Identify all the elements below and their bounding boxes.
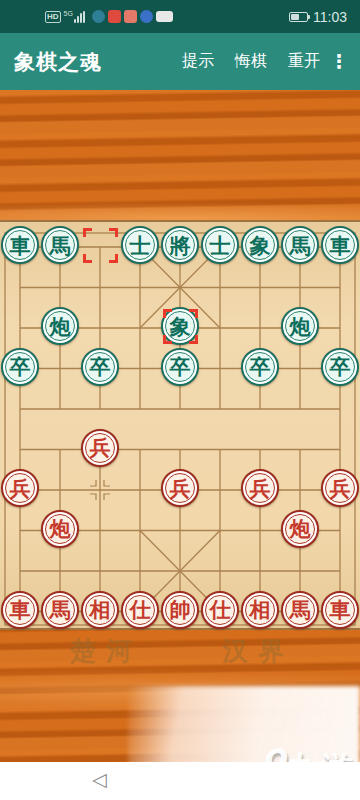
piece-black-象[interactable]: 象 xyxy=(240,225,280,266)
app-notification-blue-circle-icon xyxy=(140,10,153,23)
last-move-source-marker xyxy=(80,225,120,266)
app-notification-teal-circle-icon xyxy=(92,10,105,23)
piece-red-炮[interactable]: 炮 xyxy=(280,509,320,550)
piece-disc: 士 xyxy=(201,226,239,264)
piece-red-車[interactable]: 車 xyxy=(320,590,360,631)
piece-disc: 士 xyxy=(121,226,159,264)
river-label-right: 汉界 xyxy=(222,634,294,669)
piece-character: 兵 xyxy=(245,473,275,503)
piece-red-兵[interactable]: 兵 xyxy=(240,468,280,509)
piece-disc: 炮 xyxy=(281,510,319,548)
piece-red-兵[interactable]: 兵 xyxy=(80,428,120,469)
piece-character: 卒 xyxy=(85,352,115,382)
piece-disc: 車 xyxy=(1,591,39,629)
app-bar-actions: 提示 悔棋 重开 xyxy=(182,33,320,90)
piece-red-兵[interactable]: 兵 xyxy=(0,468,40,509)
selection-corners-icon xyxy=(83,228,118,263)
app-notification-white-pill-icon xyxy=(156,11,173,22)
piece-red-相[interactable]: 相 xyxy=(240,590,280,631)
undo-move-button[interactable]: 悔棋 xyxy=(235,51,267,72)
hd-icon: HD xyxy=(45,11,61,23)
piece-character: 車 xyxy=(5,595,35,625)
piece-red-兵[interactable]: 兵 xyxy=(320,468,360,509)
piece-character: 卒 xyxy=(245,352,275,382)
piece-character: 兵 xyxy=(85,433,115,463)
piece-disc: 馬 xyxy=(41,591,79,629)
piece-character: 炮 xyxy=(45,514,75,544)
piece-character: 相 xyxy=(245,595,275,625)
piece-character: 仕 xyxy=(205,595,235,625)
piece-character: 炮 xyxy=(285,514,315,544)
piece-disc: 卒 xyxy=(161,348,199,386)
selection-corners-icon xyxy=(163,309,198,344)
piece-red-仕[interactable]: 仕 xyxy=(200,590,240,631)
piece-red-車[interactable]: 車 xyxy=(0,590,40,631)
piece-disc: 將 xyxy=(161,226,199,264)
piece-disc: 炮 xyxy=(41,510,79,548)
piece-black-車[interactable]: 車 xyxy=(320,225,360,266)
piece-black-士[interactable]: 士 xyxy=(200,225,240,266)
piece-character: 車 xyxy=(325,230,355,260)
piece-character: 車 xyxy=(5,230,35,260)
piece-character: 士 xyxy=(205,230,235,260)
piece-black-將[interactable]: 將 xyxy=(160,225,200,266)
clock: 11:03 xyxy=(313,9,347,25)
piece-character: 馬 xyxy=(45,595,75,625)
piece-character: 士 xyxy=(125,230,155,260)
piece-disc: 卒 xyxy=(81,348,119,386)
status-right: 11:03 xyxy=(289,0,347,33)
piece-disc: 兵 xyxy=(81,429,119,467)
piece-character: 兵 xyxy=(165,473,195,503)
piece-character: 仕 xyxy=(125,595,155,625)
river-label-left: 楚河 xyxy=(70,634,142,669)
piece-black-卒[interactable]: 卒 xyxy=(160,347,200,388)
piece-character: 卒 xyxy=(5,352,35,382)
piece-character: 卒 xyxy=(325,352,355,382)
piece-black-卒[interactable]: 卒 xyxy=(240,347,280,388)
piece-black-車[interactable]: 車 xyxy=(0,225,40,266)
piece-disc: 馬 xyxy=(41,226,79,264)
piece-disc: 兵 xyxy=(321,469,359,507)
piece-black-炮[interactable]: 炮 xyxy=(280,306,320,347)
signal-bars-icon xyxy=(74,11,85,23)
piece-red-馬[interactable]: 馬 xyxy=(40,590,80,631)
overflow-menu-icon[interactable]: ⋮ xyxy=(326,33,352,90)
last-move-target-marker xyxy=(160,306,200,347)
app-title: 象棋之魂 xyxy=(14,48,102,76)
piece-character: 帥 xyxy=(165,595,195,625)
piece-disc: 車 xyxy=(321,226,359,264)
board-grid: 車馬士將士象馬車炮象炮卒卒卒卒卒兵兵兵兵兵炮炮車馬相仕帥仕相馬車 xyxy=(0,225,360,630)
piece-disc: 兵 xyxy=(1,469,39,507)
piece-character: 馬 xyxy=(45,230,75,260)
piece-red-兵[interactable]: 兵 xyxy=(160,468,200,509)
piece-character: 炮 xyxy=(285,311,315,341)
piece-disc: 仕 xyxy=(121,591,159,629)
piece-disc: 馬 xyxy=(281,591,319,629)
piece-red-帥[interactable]: 帥 xyxy=(160,590,200,631)
piece-black-炮[interactable]: 炮 xyxy=(40,306,80,347)
restart-button[interactable]: 重开 xyxy=(288,51,320,72)
app-bar: 象棋之魂 提示 悔棋 重开 ⋮ xyxy=(0,33,360,90)
hint-button[interactable]: 提示 xyxy=(182,51,214,72)
status-left-icons: HD 5G xyxy=(45,10,173,23)
piece-black-卒[interactable]: 卒 xyxy=(80,347,120,388)
piece-character: 車 xyxy=(325,595,355,625)
piece-character: 炮 xyxy=(45,311,75,341)
piece-disc: 仕 xyxy=(201,591,239,629)
piece-black-馬[interactable]: 馬 xyxy=(40,225,80,266)
navigation-bar: ◁ xyxy=(0,762,360,800)
app-notification-salmon-square-icon xyxy=(124,10,137,23)
piece-disc: 車 xyxy=(321,591,359,629)
piece-disc: 兵 xyxy=(161,469,199,507)
piece-disc: 兵 xyxy=(241,469,279,507)
piece-character: 象 xyxy=(245,230,275,260)
piece-disc: 炮 xyxy=(41,307,79,345)
piece-character: 馬 xyxy=(285,230,315,260)
piece-black-卒[interactable]: 卒 xyxy=(0,347,40,388)
piece-disc: 帥 xyxy=(161,591,199,629)
piece-disc: 馬 xyxy=(281,226,319,264)
piece-red-炮[interactable]: 炮 xyxy=(40,509,80,550)
app-notification-red-square-icon xyxy=(108,10,121,23)
piece-red-馬[interactable]: 馬 xyxy=(280,590,320,631)
piece-black-馬[interactable]: 馬 xyxy=(280,225,320,266)
piece-disc: 炮 xyxy=(281,307,319,345)
notification-icons xyxy=(92,10,173,23)
piece-character: 馬 xyxy=(285,595,315,625)
piece-red-相[interactable]: 相 xyxy=(80,590,120,631)
piece-disc: 車 xyxy=(1,226,39,264)
battery-icon xyxy=(289,12,308,22)
piece-red-仕[interactable]: 仕 xyxy=(120,590,160,631)
piece-disc: 象 xyxy=(241,226,279,264)
network-type-label: 5G xyxy=(64,10,73,17)
piece-character: 將 xyxy=(165,230,195,260)
back-button-icon[interactable]: ◁ xyxy=(92,768,107,791)
piece-character: 兵 xyxy=(5,473,35,503)
piece-disc: 相 xyxy=(241,591,279,629)
status-bar: HD 5G 11:03 xyxy=(0,0,360,33)
piece-disc: 卒 xyxy=(321,348,359,386)
piece-disc: 相 xyxy=(81,591,119,629)
piece-character: 相 xyxy=(85,595,115,625)
piece-disc: 卒 xyxy=(1,348,39,386)
piece-black-士[interactable]: 士 xyxy=(120,225,160,266)
piece-disc: 卒 xyxy=(241,348,279,386)
piece-character: 兵 xyxy=(325,473,355,503)
piece-character: 卒 xyxy=(165,352,195,382)
piece-black-卒[interactable]: 卒 xyxy=(320,347,360,388)
network-indicator: 5G xyxy=(64,10,85,23)
